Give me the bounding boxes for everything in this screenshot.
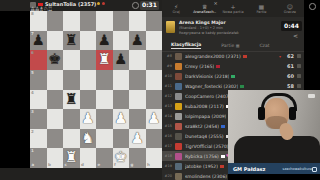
black-pawn[interactable]: ♟ bbox=[113, 50, 130, 70]
square-b1[interactable]: b bbox=[47, 148, 64, 168]
flag-icon bbox=[243, 55, 247, 58]
player-name: smolindens (2306) bbox=[185, 174, 227, 179]
white-pawn[interactable]: ♟ bbox=[80, 109, 97, 129]
camera-logo bbox=[308, 94, 315, 98]
square-f3[interactable]: ♟ bbox=[113, 109, 130, 129]
player-avatar bbox=[175, 83, 182, 90]
panel-tab-nowa-partia[interactable]: +Nowa partia bbox=[219, 0, 247, 17]
panel-tab-graj[interactable]: ⚡Graj bbox=[162, 0, 190, 17]
square-g8[interactable] bbox=[129, 11, 146, 31]
black-pawn[interactable]: ♟ bbox=[129, 31, 146, 51]
rank-number: #17 bbox=[162, 144, 172, 148]
square-a4[interactable]: 4 bbox=[30, 90, 47, 110]
black-pawn[interactable]: ♟ bbox=[30, 31, 47, 51]
tab-label: ArenaSzach.. bbox=[193, 10, 216, 14]
share-icon[interactable]: < bbox=[293, 33, 298, 39]
player-name: alexgrandex2000 (2371) bbox=[185, 54, 241, 59]
standings-row[interactable]: #9Crexy (2165)61 bbox=[162, 61, 304, 71]
star-icon bbox=[102, 2, 105, 5]
rank-label: 6 bbox=[31, 51, 34, 55]
square-f1[interactable]: f♚ bbox=[113, 148, 130, 168]
square-e2[interactable] bbox=[96, 129, 113, 149]
player-score: 61 bbox=[282, 63, 294, 69]
file-label: a bbox=[32, 163, 35, 167]
player-avatar bbox=[175, 143, 182, 150]
square-c7[interactable]: ♜ bbox=[63, 31, 80, 51]
rank-change-arrow: ▾ bbox=[279, 54, 281, 59]
square-a6[interactable]: 6 bbox=[30, 50, 47, 70]
white-rook[interactable]: ♜ bbox=[63, 148, 80, 168]
square-h4[interactable] bbox=[146, 90, 163, 110]
square-c8[interactable] bbox=[63, 11, 80, 31]
square-g7[interactable]: ♟ bbox=[129, 31, 146, 51]
rank-number: #19 bbox=[162, 164, 172, 168]
player-name: kuba2008 (2117) bbox=[185, 104, 224, 109]
square-e1[interactable]: e bbox=[96, 148, 113, 168]
streamer-banner: GM Pałdasz szachowakultura bbox=[228, 163, 320, 174]
tab-games[interactable]: Partie ▦ bbox=[221, 43, 239, 48]
rank-label: 3 bbox=[31, 110, 34, 114]
tournament-timer: 0:44 bbox=[281, 21, 302, 31]
square-d6[interactable] bbox=[80, 50, 97, 70]
tab-label: Nowa partia bbox=[222, 10, 243, 14]
black-king[interactable]: ♚ bbox=[47, 50, 64, 70]
player-name: Dunetaq4 (2555) bbox=[185, 134, 224, 139]
gear-icon[interactable] bbox=[309, 3, 316, 10]
square-a1[interactable]: 1a bbox=[30, 148, 47, 168]
rank-label: 4 bbox=[31, 91, 34, 95]
watch-icon bbox=[297, 64, 301, 68]
square-c5[interactable] bbox=[63, 70, 80, 90]
flag-icon bbox=[231, 75, 235, 78]
tab-icon: + bbox=[231, 3, 236, 10]
rank-number: #14 bbox=[162, 114, 172, 118]
standings-row[interactable]: #10DarkVisionix (2218)60 bbox=[162, 71, 304, 81]
square-c1[interactable]: c♜ bbox=[63, 148, 80, 168]
player-avatar bbox=[175, 173, 182, 180]
square-f4[interactable] bbox=[113, 90, 130, 110]
watch-icon bbox=[297, 74, 301, 78]
square-e7[interactable]: ♟ bbox=[96, 31, 113, 51]
square-c4[interactable]: ♜ bbox=[63, 90, 80, 110]
square-h1[interactable]: h bbox=[146, 148, 163, 168]
clock-icon bbox=[132, 2, 139, 9]
player-avatar bbox=[175, 163, 182, 170]
tab-icon: ⚡ bbox=[174, 3, 178, 10]
square-d1[interactable]: d bbox=[80, 148, 97, 168]
square-e6[interactable]: ♜ bbox=[96, 50, 113, 70]
square-h6[interactable] bbox=[146, 50, 163, 70]
tab-icon: ☺ bbox=[287, 3, 293, 10]
rank-label: 5 bbox=[31, 71, 34, 75]
player-avatar bbox=[175, 103, 182, 110]
player-name: TigrVOfficial (2570) bbox=[185, 144, 229, 149]
square-b6[interactable]: ♚ bbox=[47, 50, 64, 70]
square-a7[interactable]: 7♟ bbox=[30, 31, 47, 51]
white-pawn[interactable]: ♟ bbox=[129, 129, 146, 149]
square-h5[interactable] bbox=[146, 70, 163, 90]
square-e4[interactable] bbox=[96, 90, 113, 110]
square-f8[interactable] bbox=[113, 11, 130, 31]
square-a5[interactable]: 5 bbox=[30, 70, 47, 90]
top-right-strip bbox=[304, 0, 320, 90]
player-avatar bbox=[175, 133, 182, 140]
square-a3[interactable]: 3 bbox=[30, 109, 47, 129]
chess-board[interactable]: 87♟♜♟♟6♚♜♟54♜3♟♟♟2♞♟1abc♜def♚gh bbox=[30, 11, 162, 168]
square-b7[interactable] bbox=[47, 31, 64, 51]
file-label: b bbox=[48, 163, 51, 167]
square-f2[interactable] bbox=[113, 129, 130, 149]
flag-icon bbox=[240, 85, 244, 88]
player-score: 62 bbox=[282, 53, 294, 59]
black-rook[interactable]: ♜ bbox=[63, 90, 80, 110]
square-d4[interactable] bbox=[80, 90, 97, 110]
white-knight[interactable]: ♞ bbox=[80, 129, 97, 149]
webcam-view bbox=[228, 90, 320, 163]
square-h7[interactable] bbox=[146, 31, 163, 51]
white-rook[interactable]: ♜ bbox=[96, 50, 113, 70]
square-b2[interactable] bbox=[47, 129, 64, 149]
player-name: DarkVisionix (2218) bbox=[185, 74, 229, 79]
square-d2[interactable]: ♞ bbox=[80, 129, 97, 149]
player-name: jatobke (1952) bbox=[185, 164, 218, 169]
player-avatar bbox=[175, 63, 182, 70]
square-a2[interactable]: 2 bbox=[30, 129, 47, 149]
square-e5[interactable] bbox=[96, 70, 113, 90]
flag-icon bbox=[221, 155, 225, 158]
file-label: h bbox=[147, 163, 150, 167]
square-g5[interactable] bbox=[129, 70, 146, 90]
streamer-handle: szachowakultura bbox=[283, 167, 312, 171]
tab-label: Gracze bbox=[284, 10, 296, 14]
rank-number: #11 bbox=[162, 84, 172, 88]
standings-row[interactable]: #8alexgrandex2000 (2371)▾62 bbox=[162, 51, 304, 61]
rank-number: #13 bbox=[162, 104, 172, 108]
player-avatar bbox=[175, 73, 182, 80]
player-avatar bbox=[175, 53, 182, 60]
square-g6[interactable] bbox=[129, 50, 146, 70]
medal-icon bbox=[97, 2, 100, 5]
watch-icon bbox=[297, 84, 301, 88]
square-c3[interactable] bbox=[63, 109, 80, 129]
headphone-cup-left bbox=[258, 107, 265, 120]
rank-number: #16 bbox=[162, 134, 172, 138]
square-h2[interactable] bbox=[146, 129, 163, 149]
square-c2[interactable] bbox=[63, 129, 80, 149]
black-rook[interactable]: ♜ bbox=[63, 31, 80, 51]
tournament-title[interactable]: Arena Kings Major bbox=[179, 20, 226, 26]
rank-label: 1 bbox=[31, 149, 34, 153]
rank-number: #15 bbox=[162, 124, 172, 128]
player-name: lolpimpapa (2009) bbox=[185, 114, 226, 119]
player-name: Rybicka (1756) bbox=[185, 154, 219, 159]
rank-label: 8 bbox=[31, 12, 34, 16]
headphone-cup-right bbox=[289, 107, 296, 120]
square-b5[interactable] bbox=[47, 70, 64, 90]
square-h3[interactable]: ♟ bbox=[146, 109, 163, 129]
tab-standings[interactable]: Klasyfikacja bbox=[171, 42, 201, 49]
top-player-name[interactable]: SultanTolia (2357) bbox=[45, 1, 96, 7]
square-f5[interactable] bbox=[113, 70, 130, 90]
rank-label: 2 bbox=[31, 130, 34, 134]
player-name: CoopCamero (2407) bbox=[185, 94, 230, 99]
square-c6[interactable] bbox=[63, 50, 80, 70]
player-avatar bbox=[175, 113, 182, 120]
player-avatar bbox=[175, 153, 182, 160]
streamer-torso bbox=[234, 136, 320, 163]
square-g1[interactable]: g bbox=[129, 148, 146, 168]
player-name: Crexy (2165) bbox=[185, 64, 214, 69]
rank-number: #12 bbox=[162, 94, 172, 98]
panel-tab-arenaszach-[interactable]: ♕ArenaSzach..× bbox=[190, 0, 218, 17]
square-g4[interactable] bbox=[129, 90, 146, 110]
square-e8[interactable] bbox=[96, 11, 113, 31]
player-name: sza8kt2 (2454) bbox=[185, 124, 219, 129]
square-b8[interactable] bbox=[47, 11, 64, 31]
square-d5[interactable] bbox=[80, 70, 97, 90]
square-h8[interactable] bbox=[146, 11, 163, 31]
flag-icon bbox=[220, 165, 224, 168]
tab-icon: ▦ bbox=[259, 3, 265, 10]
square-f6[interactable]: ♟ bbox=[113, 50, 130, 70]
rank-number: #8 bbox=[162, 54, 172, 58]
square-b3[interactable] bbox=[47, 109, 64, 129]
streamer-name: GM Pałdasz bbox=[233, 166, 265, 172]
player-avatar bbox=[175, 93, 182, 100]
tab-label: Partie bbox=[256, 10, 266, 14]
rank-number: #10 bbox=[162, 74, 172, 78]
square-b4[interactable] bbox=[47, 90, 64, 110]
square-e3[interactable] bbox=[96, 109, 113, 129]
player-score: 60 bbox=[282, 73, 294, 79]
player-score: 58 bbox=[282, 83, 294, 89]
panel-tab-gracze[interactable]: ☺Gracze bbox=[276, 0, 304, 17]
tab-icon: ♕ bbox=[202, 3, 207, 10]
white-king[interactable]: ♚ bbox=[113, 148, 130, 168]
black-pawn[interactable]: ♟ bbox=[96, 31, 113, 51]
file-label: e bbox=[98, 163, 101, 167]
tournament-subtitle2: Rozgrywana w każdy poniedziałek bbox=[179, 31, 239, 36]
board-grid-icon: ▦ bbox=[236, 43, 240, 48]
square-d8[interactable] bbox=[80, 11, 97, 31]
white-pawn[interactable]: ♟ bbox=[113, 109, 130, 129]
tournament-badge-icon bbox=[166, 21, 175, 33]
stream-frame: SultanTolia (2357) ♙♙♗♘♖ 0:31 87♟♜♟♟6♚♜♟… bbox=[0, 0, 320, 180]
white-pawn[interactable]: ♟ bbox=[146, 109, 163, 129]
square-f7[interactable] bbox=[113, 31, 130, 51]
rank-number: #18 bbox=[162, 154, 172, 158]
player-avatar bbox=[175, 123, 182, 130]
file-label: d bbox=[81, 163, 84, 167]
watch-icon bbox=[297, 54, 301, 58]
tab-label: Graj bbox=[173, 10, 180, 14]
square-g2[interactable]: ♟ bbox=[129, 129, 146, 149]
flag-icon bbox=[216, 65, 220, 68]
square-a8[interactable]: 8 bbox=[30, 11, 47, 31]
bottom-right-strip bbox=[228, 174, 320, 180]
rank-number: #9 bbox=[162, 64, 172, 68]
square-g3[interactable] bbox=[129, 109, 146, 129]
social-icon bbox=[312, 167, 317, 172]
square-d7[interactable] bbox=[80, 31, 97, 51]
flag-icon bbox=[221, 125, 225, 128]
square-d3[interactable]: ♟ bbox=[80, 109, 97, 129]
close-icon[interactable]: × bbox=[214, 0, 218, 6]
panel-tab-partie[interactable]: ▦Partie bbox=[247, 0, 275, 17]
tab-chat[interactable]: Czat bbox=[259, 43, 269, 48]
player-name: Wagner_fostecki (2302) bbox=[185, 84, 238, 89]
top-player-clock: 0:31 bbox=[140, 1, 159, 10]
bottom-player-bar: Rybicka (1756) ♥ 1:31 bbox=[0, 168, 162, 180]
file-label: g bbox=[131, 163, 134, 167]
panel-tab-bar: ⚡Graj♕ArenaSzach..×+Nowa partia▦Partie☺G… bbox=[162, 0, 304, 17]
panel-subtabs: Klasyfikacja Partie ▦ Czat bbox=[162, 41, 304, 50]
top-player-bar: SultanTolia (2357) ♙♙♗♘♖ 0:31 bbox=[0, 0, 162, 11]
rank-number: #20 bbox=[162, 174, 172, 178]
